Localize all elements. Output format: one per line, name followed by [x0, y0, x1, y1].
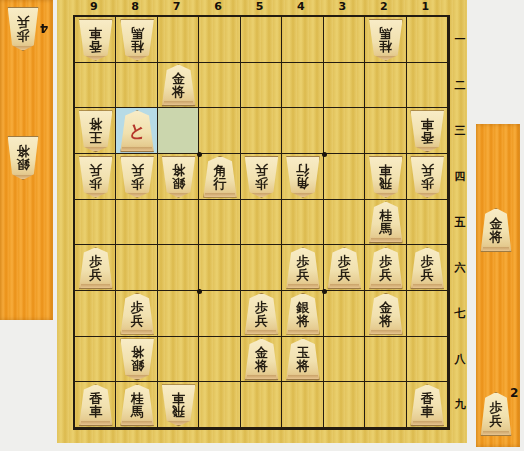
koma-歩兵-sente[interactable]: 歩兵	[480, 392, 512, 436]
koma-香車-sente[interactable]: 香車	[410, 384, 445, 426]
koma-kanji: 歩兵	[120, 293, 155, 335]
koma-飛車-gote[interactable]: 飛車	[161, 384, 196, 426]
file-label-8: 8	[114, 0, 155, 14]
square-5四[interactable]: 歩兵	[241, 154, 282, 200]
square-7二[interactable]: 金将	[158, 63, 199, 109]
koma-歩兵-gote[interactable]: 歩兵	[244, 156, 279, 198]
square-8八[interactable]: 銀将	[116, 337, 157, 383]
koma-kanji: 飛車	[161, 384, 196, 426]
rank-label-4: 四	[451, 154, 469, 200]
koma-香車-gote[interactable]: 香車	[410, 110, 445, 152]
file-label-7: 7	[156, 0, 197, 14]
square-5八[interactable]: 金将	[241, 337, 282, 383]
square-9一[interactable]: 香車	[75, 17, 116, 63]
koma-と金-sente[interactable]: と	[120, 110, 155, 152]
koma-歩兵-sente[interactable]: 歩兵	[78, 247, 113, 289]
koma-歩兵-sente[interactable]: 歩兵	[244, 293, 279, 335]
koma-kanji: 桂馬	[120, 384, 155, 426]
hand-slot: 歩兵4	[7, 7, 39, 51]
koma-kanji: 桂馬	[368, 201, 403, 243]
square-9四[interactable]: 歩兵	[75, 154, 116, 200]
koma-香車-gote[interactable]: 香車	[78, 19, 113, 61]
koma-kanji: 銀将	[120, 338, 155, 380]
koma-銀将-gote[interactable]: 銀将	[161, 156, 196, 198]
square-8九[interactable]: 桂馬	[116, 382, 157, 428]
square-2五[interactable]: 桂馬	[365, 200, 406, 246]
square-9九[interactable]: 香車	[75, 382, 116, 428]
piece-layer: 香車桂馬桂馬金将王将と香車歩兵歩兵銀将角行歩兵角行飛車歩兵桂馬歩兵歩兵歩兵歩兵歩…	[75, 17, 448, 428]
koma-kanji: 玉将	[285, 338, 320, 380]
koma-金将-sente[interactable]: 金将	[161, 64, 196, 106]
square-4八[interactable]: 玉将	[282, 337, 323, 383]
square-1三[interactable]: 香車	[407, 108, 448, 154]
square-9六[interactable]: 歩兵	[75, 245, 116, 291]
file-label-2: 2	[363, 0, 404, 14]
rank-label-1: 一	[451, 17, 469, 63]
koma-kanji: 金将	[368, 293, 403, 335]
square-1四[interactable]: 歩兵	[407, 154, 448, 200]
koma-銀将-gote[interactable]: 銀将	[7, 136, 39, 180]
koma-kanji: 香車	[78, 384, 113, 426]
koma-kanji: 角行	[203, 156, 238, 198]
rank-label-6: 六	[451, 245, 469, 291]
rank-label-7: 七	[451, 291, 469, 337]
square-7九[interactable]: 飛車	[158, 382, 199, 428]
koma-歩兵-gote[interactable]: 歩兵	[78, 156, 113, 198]
koma-kanji: 金将	[244, 338, 279, 380]
square-8七[interactable]: 歩兵	[116, 291, 157, 337]
koma-kanji: 歩兵	[368, 247, 403, 289]
sente-captured-tray: 金将歩兵2	[476, 124, 520, 447]
square-4七[interactable]: 銀将	[282, 291, 323, 337]
koma-kanji: 歩兵	[78, 156, 113, 198]
koma-kanji: 金将	[480, 208, 512, 252]
koma-歩兵-gote[interactable]: 歩兵	[120, 156, 155, 198]
koma-kanji: 香車	[78, 19, 113, 61]
square-2六[interactable]: 歩兵	[365, 245, 406, 291]
koma-kanji: 歩兵	[285, 247, 320, 289]
koma-金将-sente[interactable]: 金将	[368, 293, 403, 335]
koma-kanji: 金将	[161, 64, 196, 106]
hand-piece-count: 4	[40, 21, 48, 35]
koma-kanji: 桂馬	[368, 19, 403, 61]
rank-label-9: 九	[451, 382, 469, 428]
koma-kanji: と	[120, 110, 155, 152]
koma-kanji: 香車	[410, 110, 445, 152]
koma-歩兵-sente[interactable]: 歩兵	[285, 247, 320, 289]
koma-kanji: 歩兵	[244, 293, 279, 335]
koma-香車-sente[interactable]: 香車	[78, 384, 113, 426]
koma-歩兵-gote[interactable]: 歩兵	[410, 156, 445, 198]
koma-歩兵-sente[interactable]: 歩兵	[120, 293, 155, 335]
koma-kanji: 銀将	[285, 293, 320, 335]
koma-kanji: 歩兵	[327, 247, 362, 289]
rank-label-2: 二	[451, 63, 469, 109]
koma-kanji: 歩兵	[410, 247, 445, 289]
square-8四[interactable]: 歩兵	[116, 154, 157, 200]
file-label-5: 5	[239, 0, 280, 14]
koma-kanji: 歩兵	[480, 392, 512, 436]
square-6四[interactable]: 角行	[199, 154, 240, 200]
koma-銀将-sente[interactable]: 銀将	[285, 293, 320, 335]
gote-captured-tray: 歩兵4銀将	[0, 0, 53, 320]
rank-label-5: 五	[451, 200, 469, 246]
koma-歩兵-gote[interactable]: 歩兵	[7, 7, 39, 51]
file-label-4: 4	[280, 0, 321, 14]
square-2一[interactable]: 桂馬	[365, 17, 406, 63]
hand-slot: 歩兵2	[480, 392, 512, 436]
koma-kanji: 歩兵	[78, 247, 113, 289]
hand-slot: 銀将	[7, 136, 39, 180]
koma-kanji: 歩兵	[244, 156, 279, 198]
koma-角行-sente[interactable]: 角行	[203, 156, 238, 198]
koma-桂馬-gote[interactable]: 桂馬	[368, 19, 403, 61]
koma-歩兵-sente[interactable]: 歩兵	[327, 247, 362, 289]
koma-桂馬-sente[interactable]: 桂馬	[120, 384, 155, 426]
koma-角行-gote[interactable]: 角行	[285, 156, 320, 198]
shogi-board: 香車桂馬桂馬金将王将と香車歩兵歩兵銀将角行歩兵角行飛車歩兵桂馬歩兵歩兵歩兵歩兵歩…	[57, 0, 467, 443]
square-3六[interactable]: 歩兵	[324, 245, 365, 291]
file-label-6: 6	[197, 0, 238, 14]
square-4六[interactable]: 歩兵	[282, 245, 323, 291]
koma-kanji: 香車	[410, 384, 445, 426]
koma-kanji: 桂馬	[120, 19, 155, 61]
hand-slot: 金将	[480, 208, 512, 252]
koma-桂馬-gote[interactable]: 桂馬	[120, 19, 155, 61]
square-5七[interactable]: 歩兵	[241, 291, 282, 337]
koma-kanji: 角行	[285, 156, 320, 198]
file-label-9: 9	[73, 0, 114, 14]
koma-王将-gote[interactable]: 王将	[78, 110, 113, 152]
rank-label-3: 三	[451, 108, 469, 154]
square-1九[interactable]: 香車	[407, 382, 448, 428]
koma-kanji: 飛車	[368, 156, 403, 198]
koma-飛車-gote[interactable]: 飛車	[368, 156, 403, 198]
square-8三[interactable]: と	[116, 108, 157, 154]
file-label-3: 3	[322, 0, 363, 14]
koma-kanji: 王将	[78, 110, 113, 152]
square-4四[interactable]: 角行	[282, 154, 323, 200]
square-9三[interactable]: 王将	[75, 108, 116, 154]
koma-kanji: 歩兵	[410, 156, 445, 198]
square-8一[interactable]: 桂馬	[116, 17, 157, 63]
koma-金将-sente[interactable]: 金将	[244, 338, 279, 380]
koma-kanji: 歩兵	[120, 156, 155, 198]
koma-歩兵-sente[interactable]: 歩兵	[410, 247, 445, 289]
file-label-1: 1	[405, 0, 446, 14]
koma-kanji: 銀将	[161, 156, 196, 198]
shogi-app: 歩兵4銀将 香車桂馬桂馬金将王将と香車歩兵歩兵銀将角行歩兵角行飛車歩兵桂馬歩兵歩…	[0, 0, 524, 451]
koma-桂馬-sente[interactable]: 桂馬	[368, 201, 403, 243]
square-7四[interactable]: 銀将	[158, 154, 199, 200]
koma-銀将-gote[interactable]: 銀将	[120, 338, 155, 380]
hand-piece-count: 2	[510, 386, 518, 400]
koma-金将-sente[interactable]: 金将	[480, 208, 512, 252]
koma-kanji: 銀将	[7, 136, 39, 180]
square-1六[interactable]: 歩兵	[407, 245, 448, 291]
square-2四[interactable]: 飛車	[365, 154, 406, 200]
koma-玉将-sente[interactable]: 玉将	[285, 338, 320, 380]
koma-kanji: 歩兵	[7, 7, 39, 51]
square-2七[interactable]: 金将	[365, 291, 406, 337]
koma-歩兵-sente[interactable]: 歩兵	[368, 247, 403, 289]
rank-label-8: 八	[451, 337, 469, 383]
